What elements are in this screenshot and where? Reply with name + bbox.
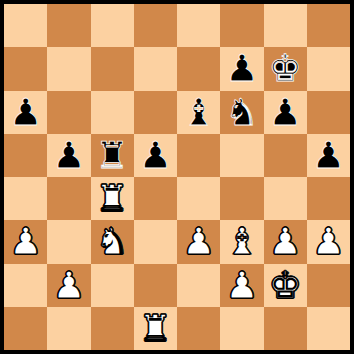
square-a1[interactable]	[4, 307, 47, 350]
square-g3[interactable]: ♟	[264, 220, 307, 263]
square-c5[interactable]: ♜	[91, 134, 134, 177]
square-f5[interactable]	[220, 134, 263, 177]
square-b8[interactable]	[47, 4, 90, 47]
square-f1[interactable]	[220, 307, 263, 350]
square-a4[interactable]	[4, 177, 47, 220]
white-bishop[interactable]: ♝	[225, 220, 258, 263]
square-e4[interactable]	[177, 177, 220, 220]
square-a7[interactable]	[4, 47, 47, 90]
square-b6[interactable]	[47, 91, 90, 134]
square-d6[interactable]	[134, 91, 177, 134]
square-c2[interactable]	[91, 264, 134, 307]
square-b2[interactable]: ♟	[47, 264, 90, 307]
square-a3[interactable]: ♟	[4, 220, 47, 263]
square-e5[interactable]	[177, 134, 220, 177]
square-d7[interactable]	[134, 47, 177, 90]
white-pawn[interactable]: ♟	[269, 220, 302, 263]
square-a5[interactable]	[4, 134, 47, 177]
square-e1[interactable]	[177, 307, 220, 350]
square-e2[interactable]	[177, 264, 220, 307]
square-c7[interactable]	[91, 47, 134, 90]
square-f6[interactable]: ♞	[220, 91, 263, 134]
square-h2[interactable]	[307, 264, 350, 307]
white-pawn[interactable]: ♟	[9, 220, 42, 263]
square-h5[interactable]: ♟	[307, 134, 350, 177]
square-e3[interactable]: ♟	[177, 220, 220, 263]
square-e8[interactable]	[177, 4, 220, 47]
white-pawn[interactable]: ♟	[182, 220, 215, 263]
square-h6[interactable]	[307, 91, 350, 134]
square-f8[interactable]	[220, 4, 263, 47]
white-pawn[interactable]: ♟	[52, 264, 85, 307]
square-b1[interactable]	[47, 307, 90, 350]
square-b3[interactable]	[47, 220, 90, 263]
square-c1[interactable]	[91, 307, 134, 350]
square-h8[interactable]	[307, 4, 350, 47]
square-d5[interactable]: ♟	[134, 134, 177, 177]
square-h4[interactable]	[307, 177, 350, 220]
board-frame: ♟♚♟♝♞♟♟♜♟♟♜♟♞♟♝♟♟♟♟♚♜	[0, 0, 354, 354]
square-f4[interactable]	[220, 177, 263, 220]
square-c4[interactable]: ♜	[91, 177, 134, 220]
black-knight[interactable]: ♞	[225, 91, 258, 134]
square-c6[interactable]	[91, 91, 134, 134]
square-b4[interactable]	[47, 177, 90, 220]
black-rook[interactable]: ♜	[96, 134, 129, 177]
square-h1[interactable]	[307, 307, 350, 350]
square-g5[interactable]	[264, 134, 307, 177]
square-d3[interactable]	[134, 220, 177, 263]
white-pawn[interactable]: ♟	[312, 220, 345, 263]
square-a6[interactable]: ♟	[4, 91, 47, 134]
black-pawn[interactable]: ♟	[9, 91, 42, 134]
square-e6[interactable]: ♝	[177, 91, 220, 134]
square-d1[interactable]: ♜	[134, 307, 177, 350]
black-pawn[interactable]: ♟	[269, 91, 302, 134]
square-f3[interactable]: ♝	[220, 220, 263, 263]
square-g4[interactable]	[264, 177, 307, 220]
white-rook[interactable]: ♜	[139, 307, 172, 350]
square-h3[interactable]: ♟	[307, 220, 350, 263]
white-knight[interactable]: ♞	[96, 220, 129, 263]
square-f2[interactable]: ♟	[220, 264, 263, 307]
white-king[interactable]: ♚	[269, 264, 302, 307]
square-d2[interactable]	[134, 264, 177, 307]
square-g1[interactable]	[264, 307, 307, 350]
square-a2[interactable]	[4, 264, 47, 307]
square-b5[interactable]: ♟	[47, 134, 90, 177]
square-g2[interactable]: ♚	[264, 264, 307, 307]
black-pawn[interactable]: ♟	[52, 134, 85, 177]
black-pawn[interactable]: ♟	[139, 134, 172, 177]
square-h7[interactable]	[307, 47, 350, 90]
square-g7[interactable]: ♚	[264, 47, 307, 90]
square-b7[interactable]	[47, 47, 90, 90]
square-d8[interactable]	[134, 4, 177, 47]
square-g8[interactable]	[264, 4, 307, 47]
square-a8[interactable]	[4, 4, 47, 47]
square-g6[interactable]: ♟	[264, 91, 307, 134]
white-pawn[interactable]: ♟	[225, 264, 258, 307]
chess-board: ♟♚♟♝♞♟♟♜♟♟♜♟♞♟♝♟♟♟♟♚♜	[4, 4, 350, 350]
black-pawn[interactable]: ♟	[312, 134, 345, 177]
black-king[interactable]: ♚	[269, 47, 302, 90]
square-c3[interactable]: ♞	[91, 220, 134, 263]
white-rook[interactable]: ♜	[96, 177, 129, 220]
square-c8[interactable]	[91, 4, 134, 47]
square-d4[interactable]	[134, 177, 177, 220]
square-e7[interactable]	[177, 47, 220, 90]
square-f7[interactable]: ♟	[220, 47, 263, 90]
black-pawn[interactable]: ♟	[225, 47, 258, 90]
black-bishop[interactable]: ♝	[182, 91, 215, 134]
